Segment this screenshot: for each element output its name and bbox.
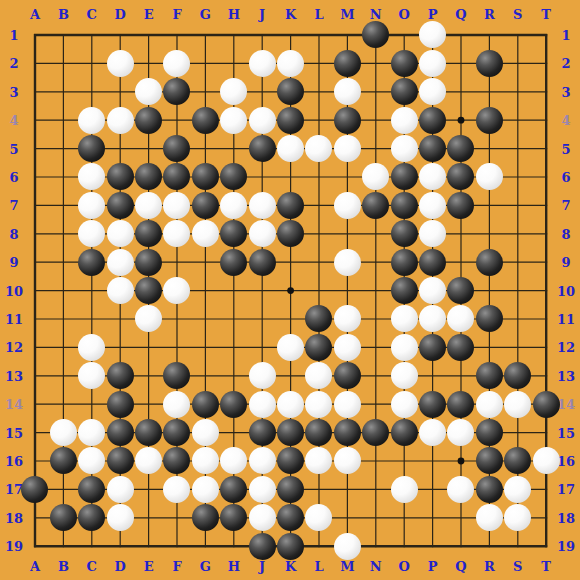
point-K1[interactable]	[276, 21, 304, 49]
point-S6[interactable]	[503, 163, 531, 191]
point-G3[interactable]	[191, 78, 219, 106]
point-C6[interactable]	[78, 163, 106, 191]
black-stone-G18[interactable]	[192, 504, 219, 531]
black-stone-H18[interactable]	[220, 504, 247, 531]
point-E5[interactable]	[134, 134, 162, 162]
point-R7[interactable]	[475, 191, 503, 219]
white-stone-P6[interactable]	[419, 163, 446, 190]
point-K4[interactable]	[276, 106, 304, 134]
point-E8[interactable]	[134, 220, 162, 248]
point-F19[interactable]	[163, 532, 191, 560]
point-A5[interactable]	[21, 134, 49, 162]
point-K12[interactable]	[276, 333, 304, 361]
black-stone-K7[interactable]	[277, 192, 304, 219]
point-L18[interactable]	[305, 503, 333, 531]
point-J1[interactable]	[248, 21, 276, 49]
black-stone-O3[interactable]	[391, 78, 418, 105]
black-stone-G6[interactable]	[192, 163, 219, 190]
white-stone-J14[interactable]	[249, 391, 276, 418]
point-K14[interactable]	[276, 390, 304, 418]
point-D13[interactable]	[106, 361, 134, 389]
point-Q13[interactable]	[447, 361, 475, 389]
white-stone-L13[interactable]	[305, 362, 332, 389]
point-G4[interactable]	[191, 106, 219, 134]
white-stone-O5[interactable]	[391, 135, 418, 162]
point-F17[interactable]	[163, 475, 191, 503]
point-C16[interactable]	[78, 447, 106, 475]
black-stone-K17[interactable]	[277, 476, 304, 503]
point-R4[interactable]	[475, 106, 503, 134]
black-stone-R11[interactable]	[476, 305, 503, 332]
point-S14[interactable]	[503, 390, 531, 418]
white-stone-J8[interactable]	[249, 220, 276, 247]
white-stone-F8[interactable]	[163, 220, 190, 247]
point-R18[interactable]	[475, 503, 503, 531]
point-N1[interactable]	[361, 21, 389, 49]
white-stone-G16[interactable]	[192, 447, 219, 474]
black-stone-D15[interactable]	[107, 419, 134, 446]
white-stone-C4[interactable]	[78, 107, 105, 134]
white-stone-O14[interactable]	[391, 391, 418, 418]
point-O19[interactable]	[390, 532, 418, 560]
point-L14[interactable]	[305, 390, 333, 418]
point-J2[interactable]	[248, 49, 276, 77]
white-stone-G15[interactable]	[192, 419, 219, 446]
point-J19[interactable]	[248, 532, 276, 560]
point-R17[interactable]	[475, 475, 503, 503]
black-stone-K18[interactable]	[277, 504, 304, 531]
point-B1[interactable]	[49, 21, 77, 49]
white-stone-R14[interactable]	[476, 391, 503, 418]
point-N14[interactable]	[361, 390, 389, 418]
point-M8[interactable]	[333, 220, 361, 248]
point-Q1[interactable]	[447, 21, 475, 49]
point-A17[interactable]	[21, 475, 49, 503]
black-stone-K16[interactable]	[277, 447, 304, 474]
point-A7[interactable]	[21, 191, 49, 219]
point-T16[interactable]	[532, 447, 560, 475]
black-stone-H17[interactable]	[220, 476, 247, 503]
black-stone-N15[interactable]	[362, 419, 389, 446]
point-T9[interactable]	[532, 248, 560, 276]
black-stone-O7[interactable]	[391, 192, 418, 219]
point-K18[interactable]	[276, 503, 304, 531]
point-A11[interactable]	[21, 305, 49, 333]
point-O11[interactable]	[390, 305, 418, 333]
point-S4[interactable]	[503, 106, 531, 134]
point-S19[interactable]	[503, 532, 531, 560]
white-stone-D4[interactable]	[107, 107, 134, 134]
point-B12[interactable]	[49, 333, 77, 361]
point-J17[interactable]	[248, 475, 276, 503]
point-C9[interactable]	[78, 248, 106, 276]
black-stone-C5[interactable]	[78, 135, 105, 162]
point-A19[interactable]	[21, 532, 49, 560]
white-stone-M9[interactable]	[334, 249, 361, 276]
point-C4[interactable]	[78, 106, 106, 134]
point-H7[interactable]	[220, 191, 248, 219]
point-E6[interactable]	[134, 163, 162, 191]
point-D11[interactable]	[106, 305, 134, 333]
point-K8[interactable]	[276, 220, 304, 248]
point-T8[interactable]	[532, 220, 560, 248]
black-stone-O8[interactable]	[391, 220, 418, 247]
point-P16[interactable]	[418, 447, 446, 475]
point-N7[interactable]	[361, 191, 389, 219]
point-J9[interactable]	[248, 248, 276, 276]
point-S12[interactable]	[503, 333, 531, 361]
point-G6[interactable]	[191, 163, 219, 191]
point-Q19[interactable]	[447, 532, 475, 560]
point-D19[interactable]	[106, 532, 134, 560]
point-N4[interactable]	[361, 106, 389, 134]
point-G17[interactable]	[191, 475, 219, 503]
point-F11[interactable]	[163, 305, 191, 333]
point-E16[interactable]	[134, 447, 162, 475]
point-R11[interactable]	[475, 305, 503, 333]
point-N19[interactable]	[361, 532, 389, 560]
point-H14[interactable]	[220, 390, 248, 418]
point-M3[interactable]	[333, 78, 361, 106]
white-stone-T16[interactable]	[533, 447, 560, 474]
white-stone-M19[interactable]	[334, 533, 361, 560]
point-O18[interactable]	[390, 503, 418, 531]
black-stone-M15[interactable]	[334, 419, 361, 446]
point-R5[interactable]	[475, 134, 503, 162]
point-S8[interactable]	[503, 220, 531, 248]
point-A6[interactable]	[21, 163, 49, 191]
point-F14[interactable]	[163, 390, 191, 418]
white-stone-J2[interactable]	[249, 50, 276, 77]
white-stone-F10[interactable]	[163, 277, 190, 304]
point-H11[interactable]	[220, 305, 248, 333]
white-stone-H4[interactable]	[220, 107, 247, 134]
black-stone-A17[interactable]	[21, 476, 48, 503]
point-A12[interactable]	[21, 333, 49, 361]
black-stone-E9[interactable]	[135, 249, 162, 276]
point-T6[interactable]	[532, 163, 560, 191]
black-stone-K3[interactable]	[277, 78, 304, 105]
point-N18[interactable]	[361, 503, 389, 531]
point-D14[interactable]	[106, 390, 134, 418]
black-stone-R13[interactable]	[476, 362, 503, 389]
point-E12[interactable]	[134, 333, 162, 361]
point-S3[interactable]	[503, 78, 531, 106]
point-N12[interactable]	[361, 333, 389, 361]
point-P4[interactable]	[418, 106, 446, 134]
point-P5[interactable]	[418, 134, 446, 162]
white-stone-M11[interactable]	[334, 305, 361, 332]
point-J16[interactable]	[248, 447, 276, 475]
point-K19[interactable]	[276, 532, 304, 560]
point-F13[interactable]	[163, 361, 191, 389]
point-A13[interactable]	[21, 361, 49, 389]
point-L1[interactable]	[305, 21, 333, 49]
point-N3[interactable]	[361, 78, 389, 106]
point-C5[interactable]	[78, 134, 106, 162]
point-S10[interactable]	[503, 276, 531, 304]
black-stone-O10[interactable]	[391, 277, 418, 304]
black-stone-O9[interactable]	[391, 249, 418, 276]
point-D12[interactable]	[106, 333, 134, 361]
point-Q8[interactable]	[447, 220, 475, 248]
point-N9[interactable]	[361, 248, 389, 276]
point-S18[interactable]	[503, 503, 531, 531]
black-stone-D14[interactable]	[107, 391, 134, 418]
point-E17[interactable]	[134, 475, 162, 503]
point-B11[interactable]	[49, 305, 77, 333]
point-D3[interactable]	[106, 78, 134, 106]
point-L9[interactable]	[305, 248, 333, 276]
white-stone-P15[interactable]	[419, 419, 446, 446]
point-M15[interactable]	[333, 418, 361, 446]
white-stone-O12[interactable]	[391, 334, 418, 361]
white-stone-L14[interactable]	[305, 391, 332, 418]
point-P10[interactable]	[418, 276, 446, 304]
white-stone-P3[interactable]	[419, 78, 446, 105]
white-stone-P8[interactable]	[419, 220, 446, 247]
point-H10[interactable]	[220, 276, 248, 304]
black-stone-S13[interactable]	[504, 362, 531, 389]
point-K5[interactable]	[276, 134, 304, 162]
white-stone-E11[interactable]	[135, 305, 162, 332]
point-P13[interactable]	[418, 361, 446, 389]
point-M16[interactable]	[333, 447, 361, 475]
black-stone-C18[interactable]	[78, 504, 105, 531]
point-N11[interactable]	[361, 305, 389, 333]
white-stone-B15[interactable]	[50, 419, 77, 446]
white-stone-R18[interactable]	[476, 504, 503, 531]
black-stone-R15[interactable]	[476, 419, 503, 446]
point-E2[interactable]	[134, 49, 162, 77]
point-T15[interactable]	[532, 418, 560, 446]
point-N2[interactable]	[361, 49, 389, 77]
point-L19[interactable]	[305, 532, 333, 560]
point-A3[interactable]	[21, 78, 49, 106]
point-G12[interactable]	[191, 333, 219, 361]
black-stone-L15[interactable]	[305, 419, 332, 446]
white-stone-M7[interactable]	[334, 192, 361, 219]
black-stone-P4[interactable]	[419, 107, 446, 134]
point-R14[interactable]	[475, 390, 503, 418]
point-C18[interactable]	[78, 503, 106, 531]
point-H18[interactable]	[220, 503, 248, 531]
white-stone-S17[interactable]	[504, 476, 531, 503]
point-T18[interactable]	[532, 503, 560, 531]
black-stone-Q14[interactable]	[447, 391, 474, 418]
point-B17[interactable]	[49, 475, 77, 503]
point-D18[interactable]	[106, 503, 134, 531]
point-E10[interactable]	[134, 276, 162, 304]
white-stone-Q15[interactable]	[447, 419, 474, 446]
point-E1[interactable]	[134, 21, 162, 49]
point-J10[interactable]	[248, 276, 276, 304]
point-R6[interactable]	[475, 163, 503, 191]
white-stone-F17[interactable]	[163, 476, 190, 503]
point-H4[interactable]	[220, 106, 248, 134]
point-O4[interactable]	[390, 106, 418, 134]
point-T3[interactable]	[532, 78, 560, 106]
black-stone-Q10[interactable]	[447, 277, 474, 304]
point-Q15[interactable]	[447, 418, 475, 446]
white-stone-C6[interactable]	[78, 163, 105, 190]
point-O2[interactable]	[390, 49, 418, 77]
black-stone-E15[interactable]	[135, 419, 162, 446]
black-stone-G14[interactable]	[192, 391, 219, 418]
point-H9[interactable]	[220, 248, 248, 276]
point-O1[interactable]	[390, 21, 418, 49]
point-E15[interactable]	[134, 418, 162, 446]
black-stone-O15[interactable]	[391, 419, 418, 446]
point-Q14[interactable]	[447, 390, 475, 418]
point-L3[interactable]	[305, 78, 333, 106]
point-E19[interactable]	[134, 532, 162, 560]
point-L12[interactable]	[305, 333, 333, 361]
point-B16[interactable]	[49, 447, 77, 475]
white-stone-H7[interactable]	[220, 192, 247, 219]
white-stone-Q11[interactable]	[447, 305, 474, 332]
point-Q2[interactable]	[447, 49, 475, 77]
black-stone-L11[interactable]	[305, 305, 332, 332]
white-stone-F14[interactable]	[163, 391, 190, 418]
point-N10[interactable]	[361, 276, 389, 304]
black-stone-R4[interactable]	[476, 107, 503, 134]
white-stone-L18[interactable]	[305, 504, 332, 531]
point-S1[interactable]	[503, 21, 531, 49]
point-A1[interactable]	[21, 21, 49, 49]
point-M19[interactable]	[333, 532, 361, 560]
point-A9[interactable]	[21, 248, 49, 276]
black-stone-K8[interactable]	[277, 220, 304, 247]
point-J6[interactable]	[248, 163, 276, 191]
white-stone-D8[interactable]	[107, 220, 134, 247]
point-K15[interactable]	[276, 418, 304, 446]
point-J12[interactable]	[248, 333, 276, 361]
white-stone-D18[interactable]	[107, 504, 134, 531]
white-stone-O17[interactable]	[391, 476, 418, 503]
point-J4[interactable]	[248, 106, 276, 134]
black-stone-K4[interactable]	[277, 107, 304, 134]
point-B2[interactable]	[49, 49, 77, 77]
point-S13[interactable]	[503, 361, 531, 389]
point-O14[interactable]	[390, 390, 418, 418]
point-P15[interactable]	[418, 418, 446, 446]
black-stone-F6[interactable]	[163, 163, 190, 190]
point-G9[interactable]	[191, 248, 219, 276]
white-stone-D2[interactable]	[107, 50, 134, 77]
black-stone-H14[interactable]	[220, 391, 247, 418]
point-M4[interactable]	[333, 106, 361, 134]
point-S16[interactable]	[503, 447, 531, 475]
point-K10[interactable]	[276, 276, 304, 304]
point-Q12[interactable]	[447, 333, 475, 361]
point-P8[interactable]	[418, 220, 446, 248]
black-stone-M2[interactable]	[334, 50, 361, 77]
point-H6[interactable]	[220, 163, 248, 191]
point-A15[interactable]	[21, 418, 49, 446]
white-stone-E7[interactable]	[135, 192, 162, 219]
black-stone-D16[interactable]	[107, 447, 134, 474]
point-T5[interactable]	[532, 134, 560, 162]
point-P9[interactable]	[418, 248, 446, 276]
point-A2[interactable]	[21, 49, 49, 77]
point-P19[interactable]	[418, 532, 446, 560]
black-stone-D13[interactable]	[107, 362, 134, 389]
point-Q9[interactable]	[447, 248, 475, 276]
point-B9[interactable]	[49, 248, 77, 276]
point-L8[interactable]	[305, 220, 333, 248]
point-K3[interactable]	[276, 78, 304, 106]
black-stone-R2[interactable]	[476, 50, 503, 77]
point-R3[interactable]	[475, 78, 503, 106]
black-stone-T14[interactable]	[533, 391, 560, 418]
point-M14[interactable]	[333, 390, 361, 418]
point-Q17[interactable]	[447, 475, 475, 503]
point-C7[interactable]	[78, 191, 106, 219]
white-stone-C8[interactable]	[78, 220, 105, 247]
point-S7[interactable]	[503, 191, 531, 219]
point-K9[interactable]	[276, 248, 304, 276]
point-D2[interactable]	[106, 49, 134, 77]
point-H5[interactable]	[220, 134, 248, 162]
point-F6[interactable]	[163, 163, 191, 191]
white-stone-C12[interactable]	[78, 334, 105, 361]
point-J14[interactable]	[248, 390, 276, 418]
point-C1[interactable]	[78, 21, 106, 49]
point-L17[interactable]	[305, 475, 333, 503]
point-B15[interactable]	[49, 418, 77, 446]
point-H2[interactable]	[220, 49, 248, 77]
white-stone-L16[interactable]	[305, 447, 332, 474]
point-N13[interactable]	[361, 361, 389, 389]
point-P1[interactable]	[418, 21, 446, 49]
point-T1[interactable]	[532, 21, 560, 49]
point-F12[interactable]	[163, 333, 191, 361]
point-R16[interactable]	[475, 447, 503, 475]
white-stone-S14[interactable]	[504, 391, 531, 418]
point-G7[interactable]	[191, 191, 219, 219]
point-Q7[interactable]	[447, 191, 475, 219]
white-stone-M5[interactable]	[334, 135, 361, 162]
white-stone-P2[interactable]	[419, 50, 446, 77]
point-G2[interactable]	[191, 49, 219, 77]
point-E18[interactable]	[134, 503, 162, 531]
white-stone-N6[interactable]	[362, 163, 389, 190]
white-stone-G17[interactable]	[192, 476, 219, 503]
point-E11[interactable]	[134, 305, 162, 333]
white-stone-Q17[interactable]	[447, 476, 474, 503]
point-S5[interactable]	[503, 134, 531, 162]
point-C13[interactable]	[78, 361, 106, 389]
point-M10[interactable]	[333, 276, 361, 304]
point-H13[interactable]	[220, 361, 248, 389]
point-C8[interactable]	[78, 220, 106, 248]
white-stone-C16[interactable]	[78, 447, 105, 474]
point-D5[interactable]	[106, 134, 134, 162]
point-E13[interactable]	[134, 361, 162, 389]
point-T17[interactable]	[532, 475, 560, 503]
point-L2[interactable]	[305, 49, 333, 77]
white-stone-P7[interactable]	[419, 192, 446, 219]
point-A14[interactable]	[21, 390, 49, 418]
point-S9[interactable]	[503, 248, 531, 276]
point-K6[interactable]	[276, 163, 304, 191]
point-F9[interactable]	[163, 248, 191, 276]
point-E4[interactable]	[134, 106, 162, 134]
black-stone-H8[interactable]	[220, 220, 247, 247]
white-stone-F7[interactable]	[163, 192, 190, 219]
point-R12[interactable]	[475, 333, 503, 361]
